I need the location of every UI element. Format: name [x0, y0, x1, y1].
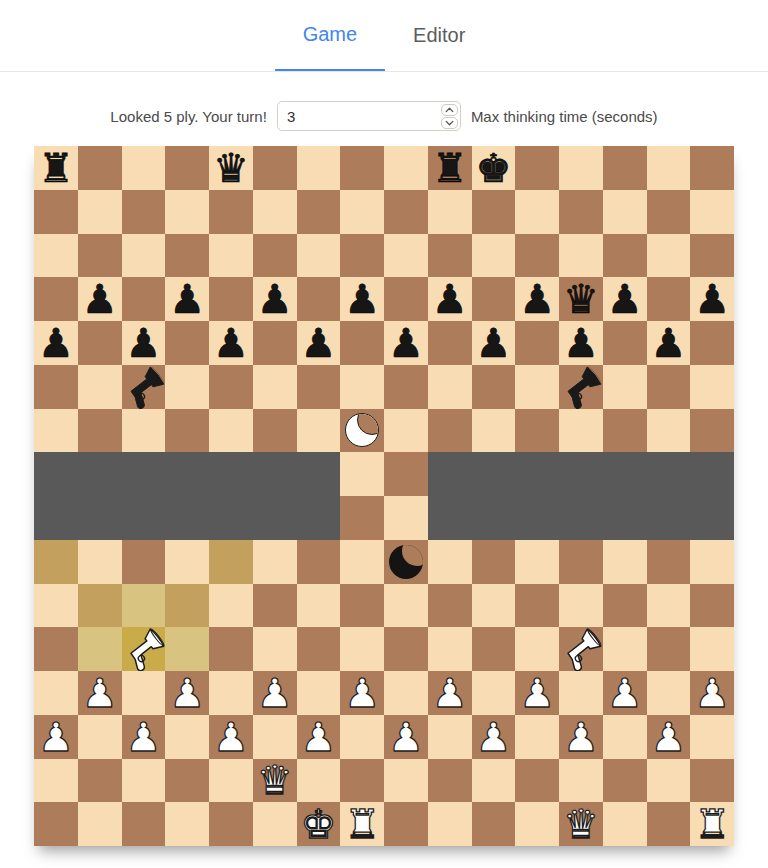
square-4-9[interactable]	[209, 540, 253, 584]
square-0-2[interactable]	[34, 234, 78, 278]
black-gun-piece	[122, 365, 166, 409]
square-13-12[interactable]: ♟	[603, 671, 647, 715]
square-5-3[interactable]: ♟	[253, 277, 297, 321]
square-13-10[interactable]	[603, 584, 647, 628]
black-queen-piece: ♛	[563, 279, 599, 319]
square-9-13[interactable]	[428, 715, 472, 759]
square-10-6[interactable]	[472, 409, 516, 453]
square-7-4[interactable]	[340, 321, 384, 365]
max-time-label: Max thinking time (seconds)	[471, 108, 658, 125]
tab-bar: Game Editor	[0, 0, 768, 72]
square-4-3[interactable]	[209, 277, 253, 321]
square-12-5[interactable]	[559, 365, 603, 409]
square-3-4[interactable]	[165, 321, 209, 365]
square-7-6[interactable]	[340, 409, 384, 453]
square-7-10[interactable]	[340, 584, 384, 628]
square-1-15[interactable]	[78, 802, 122, 846]
square-13-13[interactable]	[603, 715, 647, 759]
square-8-8[interactable]	[384, 496, 428, 540]
square-10-1[interactable]	[472, 190, 516, 234]
square-5-11[interactable]	[253, 627, 297, 671]
square-15-2[interactable]	[690, 234, 734, 278]
square-10-12[interactable]	[472, 671, 516, 715]
square-4-2[interactable]	[209, 234, 253, 278]
square-6-2[interactable]	[297, 234, 341, 278]
square-8-2[interactable]	[384, 234, 428, 278]
white-pawn-piece: ♟	[432, 673, 468, 713]
square-11-1[interactable]	[515, 190, 559, 234]
square-0-3[interactable]	[34, 277, 78, 321]
square-12-7	[559, 452, 603, 496]
square-12-2[interactable]	[559, 234, 603, 278]
square-4-6[interactable]	[209, 409, 253, 453]
square-6-14[interactable]	[297, 759, 341, 803]
square-10-9[interactable]	[472, 540, 516, 584]
square-6-15[interactable]: ♚	[297, 802, 341, 846]
square-3-15[interactable]	[165, 802, 209, 846]
square-2-3[interactable]	[122, 277, 166, 321]
square-6-7	[297, 452, 341, 496]
square-1-2[interactable]	[78, 234, 122, 278]
square-1-12[interactable]: ♟	[78, 671, 122, 715]
square-2-10[interactable]	[122, 584, 166, 628]
square-6-4[interactable]: ♟	[297, 321, 341, 365]
white-pawn-piece: ♟	[694, 673, 730, 713]
square-10-10[interactable]	[472, 584, 516, 628]
square-15-11[interactable]	[690, 627, 734, 671]
square-3-5[interactable]	[165, 365, 209, 409]
black-pawn-piece: ♟	[519, 279, 555, 319]
black-moon-piece	[389, 545, 423, 579]
square-8-10[interactable]	[384, 584, 428, 628]
square-8-9[interactable]	[384, 540, 428, 584]
square-14-3[interactable]	[647, 277, 691, 321]
square-6-3[interactable]	[297, 277, 341, 321]
square-11-4[interactable]	[515, 321, 559, 365]
square-13-14[interactable]	[603, 759, 647, 803]
square-13-6[interactable]	[603, 409, 647, 453]
black-pawn-piece: ♟	[82, 279, 118, 319]
square-13-7	[603, 452, 647, 496]
square-8-11[interactable]	[384, 627, 428, 671]
white-gun-piece	[559, 627, 603, 671]
square-11-15[interactable]	[515, 802, 559, 846]
square-7-11[interactable]	[340, 627, 384, 671]
square-5-12[interactable]: ♟	[253, 671, 297, 715]
square-11-12[interactable]: ♟	[515, 671, 559, 715]
square-5-1[interactable]	[253, 190, 297, 234]
square-4-12[interactable]	[209, 671, 253, 715]
square-2-9[interactable]	[122, 540, 166, 584]
black-pawn-piece: ♟	[650, 323, 686, 363]
square-6-11[interactable]	[297, 627, 341, 671]
status-text: Looked 5 ply. Your turn!	[110, 108, 267, 125]
black-pawn-piece: ♟	[38, 323, 74, 363]
square-12-9[interactable]	[559, 540, 603, 584]
square-9-10[interactable]	[428, 584, 472, 628]
square-15-0[interactable]	[690, 146, 734, 190]
white-pawn-piece: ♟	[475, 717, 511, 757]
square-4-14[interactable]	[209, 759, 253, 803]
square-12-0[interactable]	[559, 146, 603, 190]
square-15-14[interactable]	[690, 759, 734, 803]
square-9-2[interactable]	[428, 234, 472, 278]
square-0-14[interactable]	[34, 759, 78, 803]
square-7-3[interactable]: ♟	[340, 277, 384, 321]
square-7-7[interactable]	[340, 452, 384, 496]
square-1-8	[78, 496, 122, 540]
white-gun-piece	[122, 627, 166, 671]
square-0-12[interactable]	[34, 671, 78, 715]
square-10-0[interactable]: ♚	[472, 146, 516, 190]
square-14-15[interactable]	[647, 802, 691, 846]
decrement-button[interactable]	[441, 117, 458, 129]
square-11-3[interactable]: ♟	[515, 277, 559, 321]
square-7-8[interactable]	[340, 496, 384, 540]
black-gun-piece	[559, 365, 603, 409]
square-9-9[interactable]	[428, 540, 472, 584]
black-pawn-piece: ♟	[213, 323, 249, 363]
black-pawn-piece: ♟	[300, 323, 336, 363]
square-1-3[interactable]: ♟	[78, 277, 122, 321]
square-5-2[interactable]	[253, 234, 297, 278]
square-9-3[interactable]: ♟	[428, 277, 472, 321]
square-0-0[interactable]: ♜	[34, 146, 78, 190]
square-4-10[interactable]	[209, 584, 253, 628]
square-14-7	[647, 452, 691, 496]
square-6-5[interactable]	[297, 365, 341, 409]
square-11-8	[515, 496, 559, 540]
white-pawn-piece: ♟	[607, 673, 643, 713]
square-8-6[interactable]	[384, 409, 428, 453]
square-13-11[interactable]	[603, 627, 647, 671]
square-2-14[interactable]	[122, 759, 166, 803]
square-15-4[interactable]	[690, 321, 734, 365]
square-7-9[interactable]	[340, 540, 384, 584]
square-9-15[interactable]	[428, 802, 472, 846]
thinking-time-field	[277, 101, 461, 131]
square-12-4[interactable]: ♟	[559, 321, 603, 365]
square-0-15[interactable]	[34, 802, 78, 846]
square-9-0[interactable]: ♜	[428, 146, 472, 190]
square-9-1[interactable]	[428, 190, 472, 234]
square-7-5[interactable]	[340, 365, 384, 409]
white-pawn-piece: ♟	[213, 717, 249, 757]
square-9-4[interactable]	[428, 321, 472, 365]
square-10-2[interactable]	[472, 234, 516, 278]
square-11-0[interactable]	[515, 146, 559, 190]
square-11-11[interactable]	[515, 627, 559, 671]
square-2-6[interactable]	[122, 409, 166, 453]
square-8-0[interactable]	[384, 146, 428, 190]
square-12-10[interactable]	[559, 584, 603, 628]
square-0-9[interactable]	[34, 540, 78, 584]
white-pawn-piece: ♟	[257, 673, 293, 713]
thinking-time-input[interactable]	[277, 101, 461, 131]
white-king-piece: ♚	[300, 804, 336, 844]
square-15-13[interactable]	[690, 715, 734, 759]
square-6-10[interactable]	[297, 584, 341, 628]
square-5-13[interactable]	[253, 715, 297, 759]
square-3-13[interactable]	[165, 715, 209, 759]
square-0-10[interactable]	[34, 584, 78, 628]
square-9-11[interactable]	[428, 627, 472, 671]
square-4-11[interactable]	[209, 627, 253, 671]
control-row: Looked 5 ply. Your turn! Max thinking ti…	[0, 101, 768, 131]
white-queen-piece: ♛	[257, 760, 293, 800]
square-0-8	[34, 496, 78, 540]
square-2-15[interactable]	[122, 802, 166, 846]
square-12-11[interactable]	[559, 627, 603, 671]
square-1-5[interactable]	[78, 365, 122, 409]
square-1-11[interactable]	[78, 627, 122, 671]
square-2-0[interactable]	[122, 146, 166, 190]
square-15-15[interactable]: ♜	[690, 802, 734, 846]
white-queen-piece: ♛	[563, 804, 599, 844]
square-2-11[interactable]	[122, 627, 166, 671]
square-14-5[interactable]	[647, 365, 691, 409]
black-pawn-piece: ♟	[563, 323, 599, 363]
white-pawn-piece: ♟	[38, 717, 74, 757]
square-15-6[interactable]	[690, 409, 734, 453]
square-8-5[interactable]	[384, 365, 428, 409]
square-12-12[interactable]	[559, 671, 603, 715]
square-15-9[interactable]	[690, 540, 734, 584]
square-11-5[interactable]	[515, 365, 559, 409]
square-10-13[interactable]: ♟	[472, 715, 516, 759]
square-10-8	[472, 496, 516, 540]
square-8-1[interactable]	[384, 190, 428, 234]
square-9-12[interactable]: ♟	[428, 671, 472, 715]
square-4-4[interactable]: ♟	[209, 321, 253, 365]
square-3-9[interactable]	[165, 540, 209, 584]
square-3-3[interactable]: ♟	[165, 277, 209, 321]
square-3-14[interactable]	[165, 759, 209, 803]
square-5-14[interactable]: ♛	[253, 759, 297, 803]
square-6-1[interactable]	[297, 190, 341, 234]
white-pawn-piece: ♟	[82, 673, 118, 713]
square-4-7	[209, 452, 253, 496]
square-4-5[interactable]	[209, 365, 253, 409]
square-3-2[interactable]	[165, 234, 209, 278]
square-1-10[interactable]	[78, 584, 122, 628]
square-12-3[interactable]: ♛	[559, 277, 603, 321]
square-3-7	[165, 452, 209, 496]
square-10-5[interactable]	[472, 365, 516, 409]
square-7-2[interactable]	[340, 234, 384, 278]
square-12-6[interactable]	[559, 409, 603, 453]
square-6-12[interactable]	[297, 671, 341, 715]
square-3-8	[165, 496, 209, 540]
square-7-15[interactable]: ♜	[340, 802, 384, 846]
square-13-15[interactable]	[603, 802, 647, 846]
square-0-6[interactable]	[34, 409, 78, 453]
square-7-13[interactable]	[340, 715, 384, 759]
square-3-12[interactable]: ♟	[165, 671, 209, 715]
square-6-9[interactable]	[297, 540, 341, 584]
black-pawn-piece: ♟	[388, 323, 424, 363]
white-pawn-piece: ♟	[563, 717, 599, 757]
square-10-7	[472, 452, 516, 496]
black-pawn-piece: ♟	[475, 323, 511, 363]
square-14-8	[647, 496, 691, 540]
tab-game[interactable]: Game	[275, 0, 385, 71]
number-spinner	[441, 103, 458, 129]
black-pawn-piece: ♟	[432, 279, 468, 319]
square-1-1[interactable]	[78, 190, 122, 234]
square-13-9[interactable]	[603, 540, 647, 584]
chevron-down-icon	[445, 120, 454, 126]
square-15-8	[690, 496, 734, 540]
black-king-piece: ♚	[475, 148, 511, 188]
square-8-15[interactable]	[384, 802, 428, 846]
square-10-11[interactable]	[472, 627, 516, 671]
square-12-14[interactable]	[559, 759, 603, 803]
square-8-12[interactable]	[384, 671, 428, 715]
black-queen-piece: ♛	[213, 148, 249, 188]
square-5-5[interactable]	[253, 365, 297, 409]
square-4-15[interactable]	[209, 802, 253, 846]
square-3-0[interactable]	[165, 146, 209, 190]
square-13-5[interactable]	[603, 365, 647, 409]
black-pawn-piece: ♟	[125, 323, 161, 363]
square-13-0[interactable]	[603, 146, 647, 190]
square-8-7[interactable]	[384, 452, 428, 496]
square-9-5[interactable]	[428, 365, 472, 409]
square-11-6[interactable]	[515, 409, 559, 453]
square-4-0[interactable]: ♛	[209, 146, 253, 190]
square-8-4[interactable]: ♟	[384, 321, 428, 365]
square-4-1[interactable]	[209, 190, 253, 234]
square-10-4[interactable]: ♟	[472, 321, 516, 365]
square-11-13[interactable]	[515, 715, 559, 759]
square-0-13[interactable]: ♟	[34, 715, 78, 759]
tab-editor-label: Editor	[413, 24, 465, 47]
square-11-10[interactable]	[515, 584, 559, 628]
square-5-10[interactable]	[253, 584, 297, 628]
white-moon-piece	[345, 413, 379, 447]
square-14-0[interactable]	[647, 146, 691, 190]
square-15-5[interactable]	[690, 365, 734, 409]
square-15-10[interactable]	[690, 584, 734, 628]
square-8-14[interactable]	[384, 759, 428, 803]
square-14-2[interactable]	[647, 234, 691, 278]
white-pawn-piece: ♟	[300, 717, 336, 757]
square-10-3[interactable]	[472, 277, 516, 321]
square-2-2[interactable]	[122, 234, 166, 278]
square-3-11[interactable]	[165, 627, 209, 671]
square-4-13[interactable]: ♟	[209, 715, 253, 759]
square-1-6[interactable]	[78, 409, 122, 453]
square-13-4[interactable]	[603, 321, 647, 365]
black-pawn-piece: ♟	[344, 279, 380, 319]
square-14-1[interactable]	[647, 190, 691, 234]
square-12-1[interactable]	[559, 190, 603, 234]
square-2-4[interactable]: ♟	[122, 321, 166, 365]
square-1-14[interactable]	[78, 759, 122, 803]
square-8-13[interactable]: ♟	[384, 715, 428, 759]
square-8-3[interactable]	[384, 277, 428, 321]
increment-button[interactable]	[441, 104, 458, 116]
square-1-0[interactable]	[78, 146, 122, 190]
square-7-12[interactable]: ♟	[340, 671, 384, 715]
square-14-14[interactable]	[647, 759, 691, 803]
square-15-1[interactable]	[690, 190, 734, 234]
square-9-7	[428, 452, 472, 496]
square-6-0[interactable]	[297, 146, 341, 190]
black-pawn-piece: ♟	[694, 279, 730, 319]
square-5-6[interactable]	[253, 409, 297, 453]
square-0-1[interactable]	[34, 190, 78, 234]
square-2-1[interactable]	[122, 190, 166, 234]
white-pawn-piece: ♟	[344, 673, 380, 713]
square-14-6[interactable]	[647, 409, 691, 453]
square-12-13[interactable]: ♟	[559, 715, 603, 759]
square-5-0[interactable]	[253, 146, 297, 190]
tab-game-label: Game	[303, 23, 357, 46]
square-11-14[interactable]	[515, 759, 559, 803]
square-11-2[interactable]	[515, 234, 559, 278]
square-14-10[interactable]	[647, 584, 691, 628]
square-15-12[interactable]: ♟	[690, 671, 734, 715]
square-3-1[interactable]	[165, 190, 209, 234]
square-13-3[interactable]: ♟	[603, 277, 647, 321]
square-15-3[interactable]: ♟	[690, 277, 734, 321]
square-2-12[interactable]	[122, 671, 166, 715]
square-0-5[interactable]	[34, 365, 78, 409]
square-14-4[interactable]: ♟	[647, 321, 691, 365]
square-5-4[interactable]	[253, 321, 297, 365]
square-9-6[interactable]	[428, 409, 472, 453]
square-2-5[interactable]	[122, 365, 166, 409]
chevron-up-icon	[445, 107, 454, 113]
square-13-1[interactable]	[603, 190, 647, 234]
square-14-13[interactable]: ♟	[647, 715, 691, 759]
square-3-10[interactable]	[165, 584, 209, 628]
square-12-15[interactable]: ♛	[559, 802, 603, 846]
square-14-12[interactable]	[647, 671, 691, 715]
square-2-13[interactable]: ♟	[122, 715, 166, 759]
square-9-8	[428, 496, 472, 540]
square-7-14[interactable]	[340, 759, 384, 803]
square-14-9[interactable]	[647, 540, 691, 584]
square-5-15[interactable]	[253, 802, 297, 846]
tab-editor[interactable]: Editor	[385, 0, 493, 71]
square-1-13[interactable]	[78, 715, 122, 759]
square-10-14[interactable]	[472, 759, 516, 803]
square-7-1[interactable]	[340, 190, 384, 234]
square-15-7	[690, 452, 734, 496]
square-11-9[interactable]	[515, 540, 559, 584]
square-3-6[interactable]	[165, 409, 209, 453]
square-9-14[interactable]	[428, 759, 472, 803]
square-1-9[interactable]	[78, 540, 122, 584]
square-5-7	[253, 452, 297, 496]
white-rook-piece: ♜	[344, 804, 380, 844]
square-4-8	[209, 496, 253, 540]
square-7-0[interactable]	[340, 146, 384, 190]
white-pawn-piece: ♟	[125, 717, 161, 757]
square-5-9[interactable]	[253, 540, 297, 584]
square-0-4[interactable]: ♟	[34, 321, 78, 365]
square-10-15[interactable]	[472, 802, 516, 846]
square-0-11[interactable]	[34, 627, 78, 671]
square-14-11[interactable]	[647, 627, 691, 671]
square-13-2[interactable]	[603, 234, 647, 278]
square-6-6[interactable]	[297, 409, 341, 453]
square-6-13[interactable]: ♟	[297, 715, 341, 759]
square-1-4[interactable]	[78, 321, 122, 365]
